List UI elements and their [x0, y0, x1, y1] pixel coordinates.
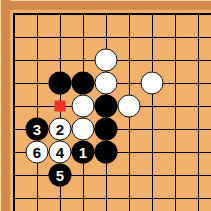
grid-line-horizontal	[13, 175, 211, 176]
grid-line-horizontal	[13, 13, 211, 15]
red-square-marker	[55, 101, 66, 112]
go-stone-white-move-6: 6	[26, 141, 49, 164]
go-stone-white	[95, 49, 118, 72]
go-stone-white-move-2: 2	[49, 118, 72, 141]
go-stone-black-move-5: 5	[49, 164, 72, 187]
go-stone-black	[72, 72, 95, 95]
board-frame-top	[0, 0, 211, 10]
go-stone-black-move-3: 3	[26, 118, 49, 141]
go-stone-white	[95, 72, 118, 95]
go-stone-black	[95, 95, 118, 118]
grid-line-vertical	[152, 13, 153, 211]
grid-line-vertical	[175, 13, 176, 211]
go-stone-white	[72, 118, 95, 141]
go-stone-white-move-4: 4	[49, 141, 72, 164]
go-stone-black	[95, 141, 118, 164]
go-stone-white	[118, 95, 141, 118]
board-frame-left	[0, 0, 10, 211]
go-stone-black	[95, 118, 118, 141]
grid-line-horizontal	[13, 37, 211, 38]
go-diagram: 326415	[0, 0, 211, 211]
grid-line-vertical	[13, 13, 15, 211]
go-stone-black-move-1: 1	[72, 141, 95, 164]
go-stone-white	[141, 72, 164, 95]
grid-line-horizontal	[13, 198, 211, 199]
grid-line-vertical	[198, 13, 199, 211]
go-stone-black	[49, 72, 72, 95]
go-stone-white	[72, 95, 95, 118]
grid-line-vertical	[37, 13, 38, 211]
